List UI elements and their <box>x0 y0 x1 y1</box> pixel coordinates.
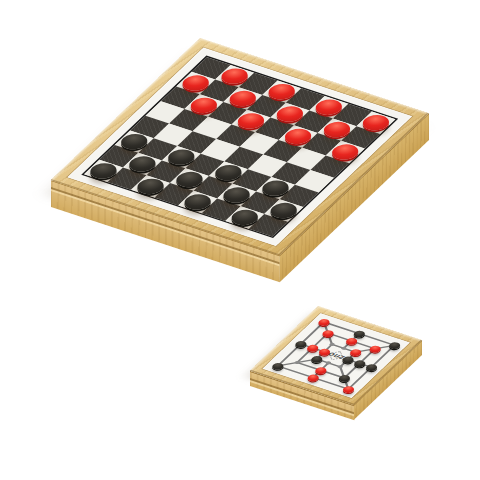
morris-piece-red <box>367 344 382 353</box>
checker-piece-red <box>280 126 316 147</box>
checker-piece-black <box>180 192 216 213</box>
morris-piece-red <box>344 337 359 346</box>
checker-piece-black <box>133 176 169 197</box>
morris-piece-red <box>348 348 363 357</box>
checker-piece-red <box>272 104 308 125</box>
morris-piece-red <box>320 329 335 338</box>
morris-piece-black <box>337 374 352 383</box>
morris-piece-red <box>305 373 320 382</box>
morris-piece-black <box>309 355 324 364</box>
morris-piece-black <box>352 329 367 338</box>
morris-piece-red <box>313 366 328 375</box>
checker-piece-red <box>225 88 261 109</box>
checker-piece-black <box>116 131 152 152</box>
checker-piece-black <box>124 154 160 175</box>
morris-piece-red <box>316 318 331 327</box>
checker-piece-red <box>178 73 214 94</box>
checker-piece-black <box>227 207 263 228</box>
product-photo: SOUZA <box>0 0 480 480</box>
checker-piece-red <box>264 81 300 102</box>
checker-piece-black <box>257 178 293 199</box>
morris-piece-red <box>341 385 356 394</box>
checker-piece-red <box>327 142 363 163</box>
checker-piece-black <box>219 185 255 206</box>
checker-piece-black <box>266 200 302 221</box>
morris-piece-black <box>387 341 402 350</box>
checker-piece-black <box>163 147 199 168</box>
checker-piece-black <box>85 161 121 182</box>
checker-piece-black <box>210 162 246 183</box>
checker-piece-red <box>186 95 222 116</box>
checker-piece-red <box>311 97 347 118</box>
checker-piece-red <box>233 111 269 132</box>
checker-piece-red <box>319 119 355 140</box>
checker-piece-black <box>171 169 207 190</box>
checker-piece-red <box>358 112 394 133</box>
morris-piece-black <box>364 363 379 372</box>
checker-piece-red <box>217 66 253 87</box>
morris-piece-black <box>270 362 285 371</box>
morris-piece-red <box>317 347 332 356</box>
